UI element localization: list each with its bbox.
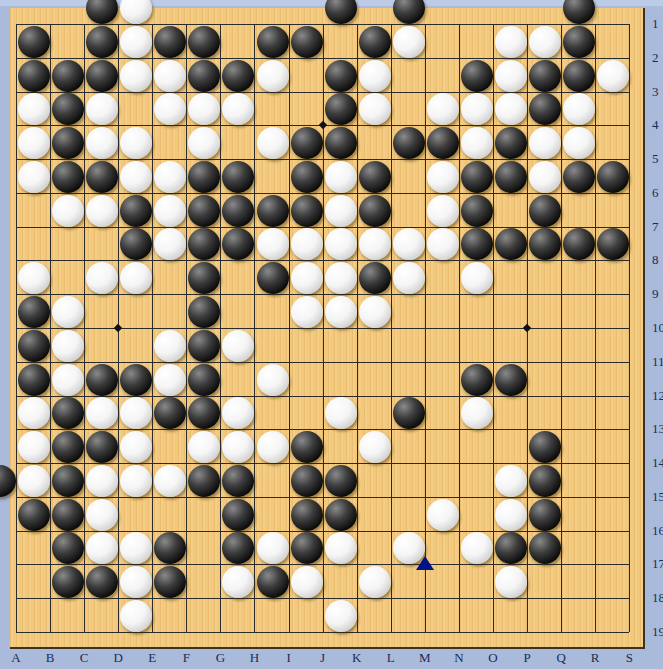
row-label-13: 13 [652, 421, 663, 437]
column-label-J: J [320, 650, 325, 666]
grid-line-row-19 [16, 632, 629, 633]
black-stone-L6[interactable]: ● [359, 161, 391, 193]
white-stone-P15[interactable]: ○ [495, 465, 527, 497]
white-stone-C11[interactable]: ○ [52, 330, 84, 362]
white-stone-E3[interactable]: ○ [120, 60, 152, 92]
black-stone-C14[interactable]: ● [52, 431, 84, 463]
grid-line-row-10 [16, 328, 629, 329]
white-stone-O4[interactable]: ○ [461, 93, 493, 125]
black-stone-G13[interactable]: ● [188, 397, 220, 429]
black-stone-C15[interactable]: ● [52, 465, 84, 497]
white-stone-B14[interactable]: ○ [18, 431, 50, 463]
black-stone-E7[interactable]: ● [120, 195, 152, 227]
black-stone-Q8[interactable]: ● [529, 228, 561, 260]
black-stone-K5[interactable]: ● [325, 127, 357, 159]
column-label-E: E [148, 650, 156, 666]
black-stone-K1[interactable]: ● [325, 0, 357, 24]
white-stone-F11[interactable]: ○ [154, 330, 186, 362]
black-stone-J6[interactable]: ● [291, 161, 323, 193]
white-stone-Q6[interactable]: ○ [529, 161, 561, 193]
white-stone-I3[interactable]: ○ [257, 60, 289, 92]
white-stone-G14[interactable]: ○ [188, 431, 220, 463]
row-label-11: 11 [652, 354, 663, 370]
black-stone-P8[interactable]: ● [495, 228, 527, 260]
white-stone-L14[interactable]: ○ [359, 431, 391, 463]
black-stone-O12[interactable]: ● [461, 364, 493, 396]
black-stone-F2[interactable]: ● [154, 26, 186, 58]
white-stone-K10[interactable]: ○ [325, 296, 357, 328]
black-stone-B12[interactable]: ● [18, 364, 50, 396]
triangle-marker-icon [416, 556, 434, 570]
black-stone-M13[interactable]: ● [393, 397, 425, 429]
black-stone-J7[interactable]: ● [291, 195, 323, 227]
row-label-4: 4 [652, 117, 659, 133]
white-stone-L4[interactable]: ○ [359, 93, 391, 125]
black-stone-C5[interactable]: ● [52, 127, 84, 159]
black-stone-D14[interactable]: ● [86, 431, 118, 463]
white-stone-Q5[interactable]: ○ [529, 127, 561, 159]
column-label-R: R [591, 650, 600, 666]
black-stone-J17[interactable]: ● [291, 532, 323, 564]
black-stone-H3[interactable]: ● [222, 60, 254, 92]
column-label-L: L [387, 650, 395, 666]
white-stone-E2[interactable]: ○ [120, 26, 152, 58]
row-label-9: 9 [652, 286, 659, 302]
white-stone-E19[interactable]: ○ [120, 600, 152, 632]
black-stone-J15[interactable]: ● [291, 465, 323, 497]
white-stone-C7[interactable]: ○ [52, 195, 84, 227]
white-stone-F12[interactable]: ○ [154, 364, 186, 396]
white-stone-M9[interactable]: ○ [393, 262, 425, 294]
white-stone-B9[interactable]: ○ [18, 262, 50, 294]
white-stone-B15[interactable]: ○ [18, 465, 50, 497]
white-stone-L18[interactable]: ○ [359, 566, 391, 598]
black-stone-S6[interactable]: ● [597, 161, 629, 193]
white-stone-D13[interactable]: ○ [86, 397, 118, 429]
white-stone-B13[interactable]: ○ [18, 397, 50, 429]
go-app-window: ●○●●●●●○●●●●●○○○●●●●○○●●○●○●○●●○○●○○○○●○… [0, 0, 663, 669]
row-label-6: 6 [652, 185, 659, 201]
column-label-D: D [114, 650, 123, 666]
black-stone-D18[interactable]: ● [86, 566, 118, 598]
black-stone-P12[interactable]: ● [495, 364, 527, 396]
black-stone-P5[interactable]: ● [495, 127, 527, 159]
white-stone-R5[interactable]: ○ [563, 127, 595, 159]
black-stone-Q3[interactable]: ● [529, 60, 561, 92]
black-stone-C4[interactable]: ● [52, 93, 84, 125]
row-label-17: 17 [652, 556, 663, 572]
black-stone-G7[interactable]: ● [188, 195, 220, 227]
grid-line-col-S [629, 24, 630, 632]
white-stone-S3[interactable]: ○ [597, 60, 629, 92]
white-stone-P18[interactable]: ○ [495, 566, 527, 598]
column-label-Q: Q [556, 650, 565, 666]
black-stone-N5[interactable]: ● [427, 127, 459, 159]
white-stone-K7[interactable]: ○ [325, 195, 357, 227]
black-stone-L9[interactable]: ● [359, 262, 391, 294]
column-label-B: B [46, 650, 55, 666]
white-stone-K9[interactable]: ○ [325, 262, 357, 294]
white-stone-G4[interactable]: ○ [188, 93, 220, 125]
column-label-A: A [11, 650, 20, 666]
black-stone-F18[interactable]: ● [154, 566, 186, 598]
white-stone-F4[interactable]: ○ [154, 93, 186, 125]
white-stone-E17[interactable]: ○ [120, 532, 152, 564]
black-stone-H15[interactable]: ● [222, 465, 254, 497]
row-label-5: 5 [652, 151, 659, 167]
star-point-P10 [523, 324, 531, 332]
black-stone-C3[interactable]: ● [52, 60, 84, 92]
black-stone-R6[interactable]: ● [563, 161, 595, 193]
black-stone-A15[interactable]: ● [0, 465, 16, 497]
black-stone-C13[interactable]: ● [52, 397, 84, 429]
column-label-H: H [250, 650, 259, 666]
black-stone-D1[interactable]: ● [86, 0, 118, 24]
black-stone-D6[interactable]: ● [86, 161, 118, 193]
white-stone-L10[interactable]: ○ [359, 296, 391, 328]
black-stone-G11[interactable]: ● [188, 330, 220, 362]
row-label-18: 18 [652, 590, 663, 606]
black-stone-H8[interactable]: ● [222, 228, 254, 260]
white-stone-Q2[interactable]: ○ [529, 26, 561, 58]
black-stone-D12[interactable]: ● [86, 364, 118, 396]
white-stone-K8[interactable]: ○ [325, 228, 357, 260]
white-stone-J18[interactable]: ○ [291, 566, 323, 598]
black-stone-F13[interactable]: ● [154, 397, 186, 429]
row-label-10: 10 [652, 320, 663, 336]
row-label-8: 8 [652, 252, 659, 268]
white-stone-F7[interactable]: ○ [154, 195, 186, 227]
black-stone-G2[interactable]: ● [188, 26, 220, 58]
black-stone-G15[interactable]: ● [188, 465, 220, 497]
black-stone-I2[interactable]: ● [257, 26, 289, 58]
black-stone-I9[interactable]: ● [257, 262, 289, 294]
white-stone-B6[interactable]: ○ [18, 161, 50, 193]
black-stone-C18[interactable]: ● [52, 566, 84, 598]
black-stone-K16[interactable]: ● [325, 499, 357, 531]
column-label-P: P [523, 650, 530, 666]
column-label-K: K [352, 650, 361, 666]
black-stone-C6[interactable]: ● [52, 161, 84, 193]
black-stone-K4[interactable]: ● [325, 93, 357, 125]
black-stone-O3[interactable]: ● [461, 60, 493, 92]
white-stone-H14[interactable]: ○ [222, 431, 254, 463]
white-stone-C10[interactable]: ○ [52, 296, 84, 328]
row-label-7: 7 [652, 219, 659, 235]
white-stone-E9[interactable]: ○ [120, 262, 152, 294]
white-stone-K17[interactable]: ○ [325, 532, 357, 564]
black-stone-H16[interactable]: ● [222, 499, 254, 531]
black-stone-G9[interactable]: ● [188, 262, 220, 294]
white-stone-H4[interactable]: ○ [222, 93, 254, 125]
white-stone-D16[interactable]: ○ [86, 499, 118, 531]
black-stone-Q15[interactable]: ● [529, 465, 561, 497]
black-stone-H6[interactable]: ● [222, 161, 254, 193]
black-stone-K15[interactable]: ● [325, 465, 357, 497]
white-stone-R4[interactable]: ○ [563, 93, 595, 125]
black-stone-P6[interactable]: ● [495, 161, 527, 193]
white-stone-F15[interactable]: ○ [154, 465, 186, 497]
row-label-1: 1 [652, 16, 659, 32]
black-stone-G6[interactable]: ● [188, 161, 220, 193]
white-stone-P16[interactable]: ○ [495, 499, 527, 531]
black-stone-B3[interactable]: ● [18, 60, 50, 92]
white-stone-P3[interactable]: ○ [495, 60, 527, 92]
black-stone-G8[interactable]: ● [188, 228, 220, 260]
white-stone-M8[interactable]: ○ [393, 228, 425, 260]
white-stone-E5[interactable]: ○ [120, 127, 152, 159]
black-stone-D2[interactable]: ● [86, 26, 118, 58]
black-stone-Q4[interactable]: ● [529, 93, 561, 125]
row-label-14: 14 [652, 455, 663, 471]
black-stone-R1[interactable]: ● [563, 0, 595, 24]
row-label-19: 19 [652, 624, 663, 640]
white-stone-E1[interactable]: ○ [120, 0, 152, 24]
white-stone-J8[interactable]: ○ [291, 228, 323, 260]
black-stone-J14[interactable]: ● [291, 431, 323, 463]
column-label-I: I [286, 650, 290, 666]
white-stone-I17[interactable]: ○ [257, 532, 289, 564]
black-stone-M5[interactable]: ● [393, 127, 425, 159]
black-stone-E8[interactable]: ● [120, 228, 152, 260]
column-label-S: S [626, 650, 633, 666]
white-stone-H18[interactable]: ○ [222, 566, 254, 598]
white-stone-C12[interactable]: ○ [52, 364, 84, 396]
white-stone-E14[interactable]: ○ [120, 431, 152, 463]
black-stone-J2[interactable]: ● [291, 26, 323, 58]
black-stone-D3[interactable]: ● [86, 60, 118, 92]
white-stone-N16[interactable]: ○ [427, 499, 459, 531]
white-stone-P4[interactable]: ○ [495, 93, 527, 125]
black-stone-Q14[interactable]: ● [529, 431, 561, 463]
white-stone-B4[interactable]: ○ [18, 93, 50, 125]
black-stone-G10[interactable]: ● [188, 296, 220, 328]
black-stone-R8[interactable]: ● [563, 228, 595, 260]
black-stone-R3[interactable]: ● [563, 60, 595, 92]
row-label-15: 15 [652, 489, 663, 505]
black-stone-J5[interactable]: ● [291, 127, 323, 159]
white-stone-L3[interactable]: ○ [359, 60, 391, 92]
white-stone-I12[interactable]: ○ [257, 364, 289, 396]
white-stone-L8[interactable]: ○ [359, 228, 391, 260]
black-stone-M1[interactable]: ● [393, 0, 425, 24]
column-label-F: F [183, 650, 190, 666]
black-stone-H17[interactable]: ● [222, 532, 254, 564]
row-label-2: 2 [652, 50, 659, 66]
go-board[interactable]: ●○●●●●●○●●●●●○○○●●●●○○●●○●○●○●●○○●○○○○●○… [10, 8, 645, 649]
white-stone-P2[interactable]: ○ [495, 26, 527, 58]
black-stone-B16[interactable]: ● [18, 499, 50, 531]
black-stone-B2[interactable]: ● [18, 26, 50, 58]
white-stone-I5[interactable]: ○ [257, 127, 289, 159]
black-stone-Q16[interactable]: ● [529, 499, 561, 531]
white-stone-O13[interactable]: ○ [461, 397, 493, 429]
white-stone-F8[interactable]: ○ [154, 228, 186, 260]
black-stone-O6[interactable]: ● [461, 161, 493, 193]
white-stone-I14[interactable]: ○ [257, 431, 289, 463]
black-stone-O8[interactable]: ● [461, 228, 493, 260]
black-stone-I18[interactable]: ● [257, 566, 289, 598]
black-stone-L7[interactable]: ● [359, 195, 391, 227]
black-stone-Q17[interactable]: ● [529, 532, 561, 564]
white-stone-H13[interactable]: ○ [222, 397, 254, 429]
white-stone-I8[interactable]: ○ [257, 228, 289, 260]
row-label-16: 16 [652, 523, 663, 539]
black-stone-C17[interactable]: ● [52, 532, 84, 564]
row-label-12: 12 [652, 388, 663, 404]
black-stone-C16[interactable]: ● [52, 499, 84, 531]
black-stone-G12[interactable]: ● [188, 364, 220, 396]
white-stone-D7[interactable]: ○ [86, 195, 118, 227]
white-stone-D5[interactable]: ○ [86, 127, 118, 159]
white-stone-E6[interactable]: ○ [120, 161, 152, 193]
white-stone-G5[interactable]: ○ [188, 127, 220, 159]
white-stone-J9[interactable]: ○ [291, 262, 323, 294]
white-stone-E15[interactable]: ○ [120, 465, 152, 497]
white-stone-J10[interactable]: ○ [291, 296, 323, 328]
column-label-C: C [80, 650, 89, 666]
column-label-N: N [454, 650, 463, 666]
black-stone-P17[interactable]: ● [495, 532, 527, 564]
white-stone-K6[interactable]: ○ [325, 161, 357, 193]
black-stone-B10[interactable]: ● [18, 296, 50, 328]
black-stone-Q7[interactable]: ● [529, 195, 561, 227]
black-stone-B11[interactable]: ● [18, 330, 50, 362]
black-stone-R2[interactable]: ● [563, 26, 595, 58]
black-stone-G3[interactable]: ● [188, 60, 220, 92]
column-label-M: M [419, 650, 431, 666]
white-stone-N6[interactable]: ○ [427, 161, 459, 193]
star-point-D10 [114, 324, 122, 332]
white-stone-D4[interactable]: ○ [86, 93, 118, 125]
black-stone-I7[interactable]: ● [257, 195, 289, 227]
white-stone-E18[interactable]: ○ [120, 566, 152, 598]
white-stone-N8[interactable]: ○ [427, 228, 459, 260]
star-point-J4 [318, 121, 326, 129]
white-stone-K13[interactable]: ○ [325, 397, 357, 429]
white-stone-D17[interactable]: ○ [86, 532, 118, 564]
white-stone-D9[interactable]: ○ [86, 262, 118, 294]
white-stone-O5[interactable]: ○ [461, 127, 493, 159]
black-stone-E12[interactable]: ● [120, 364, 152, 396]
row-label-3: 3 [652, 84, 659, 100]
white-stone-E13[interactable]: ○ [120, 397, 152, 429]
white-stone-M2[interactable]: ○ [393, 26, 425, 58]
white-stone-N4[interactable]: ○ [427, 93, 459, 125]
column-label-G: G [216, 650, 225, 666]
white-stone-N7[interactable]: ○ [427, 195, 459, 227]
white-stone-F3[interactable]: ○ [154, 60, 186, 92]
black-stone-L2[interactable]: ● [359, 26, 391, 58]
white-stone-O17[interactable]: ○ [461, 532, 493, 564]
white-stone-O9[interactable]: ○ [461, 262, 493, 294]
black-stone-H7[interactable]: ● [222, 195, 254, 227]
black-stone-J16[interactable]: ● [291, 499, 323, 531]
black-stone-F17[interactable]: ● [154, 532, 186, 564]
black-stone-K3[interactable]: ● [325, 60, 357, 92]
black-stone-O7[interactable]: ● [461, 195, 493, 227]
white-stone-H11[interactable]: ○ [222, 330, 254, 362]
white-stone-D15[interactable]: ○ [86, 465, 118, 497]
black-stone-S8[interactable]: ● [597, 228, 629, 260]
white-stone-B5[interactable]: ○ [18, 127, 50, 159]
white-stone-F6[interactable]: ○ [154, 161, 186, 193]
column-label-O: O [488, 650, 497, 666]
white-stone-K19[interactable]: ○ [325, 600, 357, 632]
